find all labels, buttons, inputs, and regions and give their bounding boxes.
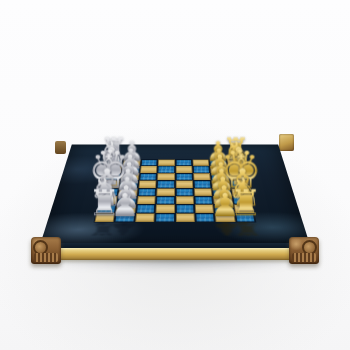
checkerboard: ♜♜♟♟♟♟♜♜♞♞♟♟♟♟♞♞♝♝♟♟♟♟♝♝♛♛♟♟♟♟♛♛♚♚♟♟♟♟♚♚… (95, 159, 256, 222)
square-c5[interactable] (175, 173, 192, 180)
square-h2[interactable]: ♟♟ (115, 213, 135, 222)
square-f5[interactable] (175, 196, 193, 204)
chess-board: ♜♜♟♟♟♟♜♜♞♞♟♟♟♟♞♞♝♝♟♟♟♟♝♝♛♛♟♟♟♟♛♛♚♚♟♟♟♟♚♚… (40, 145, 310, 245)
square-f4[interactable] (156, 196, 174, 204)
frame-rail (45, 248, 305, 260)
square-b4[interactable] (158, 166, 175, 173)
square-h8[interactable]: ♜♜ (235, 213, 256, 222)
square-g5[interactable] (175, 205, 194, 213)
square-d4[interactable] (157, 181, 175, 188)
piece-reflection: ♜ (230, 221, 264, 237)
piece-reflection: ♟ (107, 221, 140, 237)
square-d5[interactable] (175, 181, 193, 188)
perspective-stage: ♜♜♟♟♟♟♜♜♞♞♟♟♟♟♞♞♝♝♟♟♟♟♝♝♛♛♟♟♟♟♛♛♚♚♟♟♟♟♚♚… (0, 0, 350, 350)
square-e5[interactable] (175, 188, 193, 196)
square-c4[interactable] (157, 173, 174, 180)
chess-set-photo: ♜♜♟♟♟♟♜♜♞♞♟♟♟♟♞♞♝♝♟♟♟♟♝♝♛♛♟♟♟♟♛♛♚♚♟♟♟♟♚♚… (0, 0, 350, 350)
corner-foot-front-left (31, 237, 61, 264)
square-g4[interactable] (156, 205, 175, 213)
square-b5[interactable] (175, 166, 192, 173)
square-e4[interactable] (157, 188, 175, 196)
square-a4[interactable] (158, 159, 175, 165)
corner-foot-front-right (289, 237, 319, 264)
piece-white-pawn[interactable]: ♟ (110, 189, 139, 221)
square-h4[interactable] (155, 213, 174, 222)
piece-black-rook[interactable]: ♜ (230, 185, 262, 221)
square-h5[interactable] (175, 213, 194, 222)
square-a5[interactable] (175, 159, 192, 165)
